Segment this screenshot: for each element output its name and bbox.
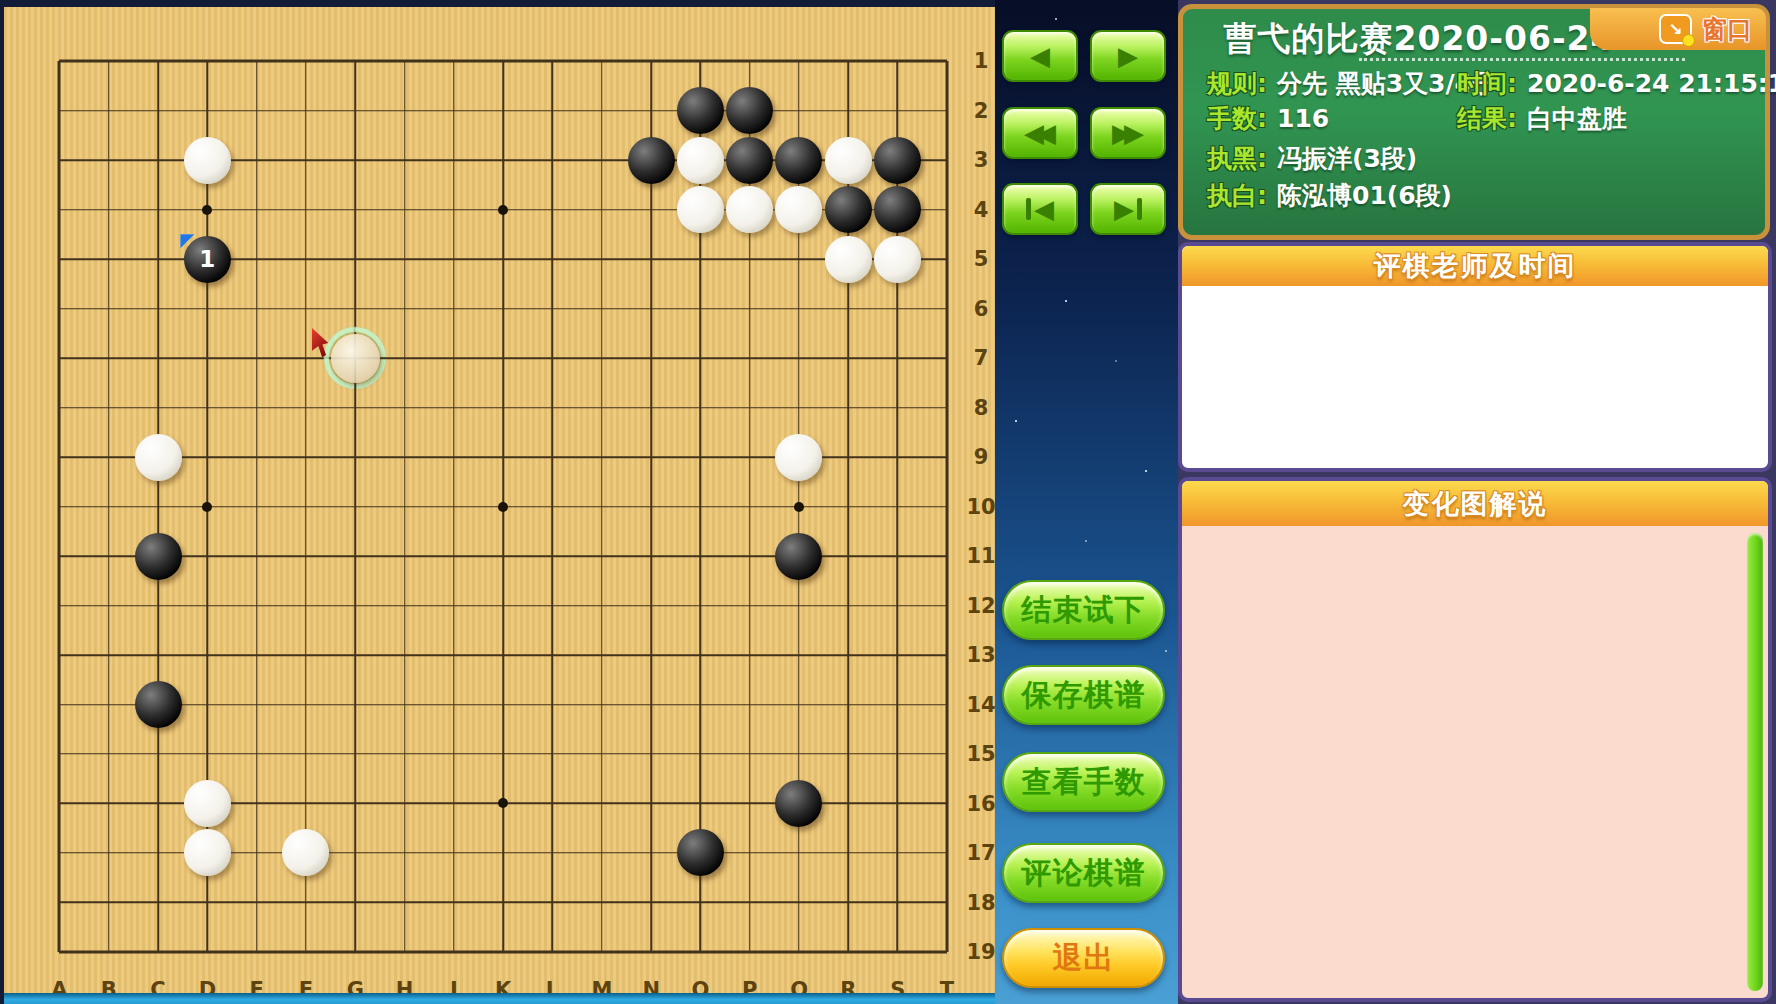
board-cell-E17[interactable] xyxy=(232,828,281,877)
board-cell-R1[interactable] xyxy=(824,37,873,86)
board-cell-M17[interactable] xyxy=(577,828,626,877)
board-cell-R8[interactable] xyxy=(824,383,873,432)
board-cell-R6[interactable] xyxy=(824,284,873,333)
board-cell-O9[interactable] xyxy=(676,432,725,481)
board-cell-T4[interactable] xyxy=(922,185,971,234)
board-cell-T9[interactable] xyxy=(922,432,971,481)
board-cell-E18[interactable] xyxy=(232,878,281,927)
board-cell-S9[interactable] xyxy=(873,432,922,481)
board-cell-A7[interactable] xyxy=(35,334,84,383)
board-cell-G10[interactable] xyxy=(331,482,380,531)
board-cell-C17[interactable] xyxy=(133,828,182,877)
board-cell-O17[interactable] xyxy=(676,828,725,877)
board-cell-Q6[interactable] xyxy=(774,284,823,333)
board-cell-A18[interactable] xyxy=(35,878,84,927)
board-cell-N9[interactable] xyxy=(626,432,675,481)
board-cell-K1[interactable] xyxy=(478,37,527,86)
board-cell-F16[interactable] xyxy=(281,779,330,828)
board-cell-B8[interactable] xyxy=(84,383,133,432)
board-cell-F6[interactable] xyxy=(281,284,330,333)
comment-kifu-button[interactable]: 评论棋谱 xyxy=(1002,843,1165,903)
board-cell-E14[interactable] xyxy=(232,680,281,729)
board-cell-T10[interactable] xyxy=(922,482,971,531)
board-cell-C1[interactable] xyxy=(133,37,182,86)
board-cell-F10[interactable] xyxy=(281,482,330,531)
board-cell-S10[interactable] xyxy=(873,482,922,531)
board-cell-B5[interactable] xyxy=(84,235,133,284)
board-cell-E1[interactable] xyxy=(232,37,281,86)
board-cell-R18[interactable] xyxy=(824,878,873,927)
board-cell-L4[interactable] xyxy=(528,185,577,234)
board-cell-T17[interactable] xyxy=(922,828,971,877)
board-cell-P14[interactable] xyxy=(725,680,774,729)
board-cell-N13[interactable] xyxy=(626,630,675,679)
board-cell-J12[interactable] xyxy=(429,581,478,630)
board-cell-O6[interactable] xyxy=(676,284,725,333)
board-cell-R5[interactable] xyxy=(824,235,873,284)
board-cell-O3[interactable] xyxy=(676,136,725,185)
board-cell-E7[interactable] xyxy=(232,334,281,383)
board-cell-A12[interactable] xyxy=(35,581,84,630)
board-cell-R19[interactable] xyxy=(824,927,873,976)
board-cell-B4[interactable] xyxy=(84,185,133,234)
board-cell-J8[interactable] xyxy=(429,383,478,432)
board-cell-J10[interactable] xyxy=(429,482,478,531)
board-cell-E11[interactable] xyxy=(232,531,281,580)
board-cell-M19[interactable] xyxy=(577,927,626,976)
board-cell-F1[interactable] xyxy=(281,37,330,86)
board-cell-K13[interactable] xyxy=(478,630,527,679)
board-cell-N11[interactable] xyxy=(626,531,675,580)
board-cell-D8[interactable] xyxy=(183,383,232,432)
board-cell-G15[interactable] xyxy=(331,729,380,778)
board-cell-P18[interactable] xyxy=(725,878,774,927)
board-cell-G13[interactable] xyxy=(331,630,380,679)
board-cell-G19[interactable] xyxy=(331,927,380,976)
board-cell-C12[interactable] xyxy=(133,581,182,630)
board-cell-K19[interactable] xyxy=(478,927,527,976)
board-cell-L11[interactable] xyxy=(528,531,577,580)
board-cell-T18[interactable] xyxy=(922,878,971,927)
board-cell-R14[interactable] xyxy=(824,680,873,729)
board-cell-J17[interactable] xyxy=(429,828,478,877)
board-cell-O15[interactable] xyxy=(676,729,725,778)
board-cell-B13[interactable] xyxy=(84,630,133,679)
board-cell-F2[interactable] xyxy=(281,86,330,135)
board-cell-S19[interactable] xyxy=(873,927,922,976)
board-cell-L3[interactable] xyxy=(528,136,577,185)
board-cell-O7[interactable] xyxy=(676,334,725,383)
board-cell-B2[interactable] xyxy=(84,86,133,135)
board-cell-S16[interactable] xyxy=(873,779,922,828)
board-cell-H1[interactable] xyxy=(380,37,429,86)
board-cell-K18[interactable] xyxy=(478,878,527,927)
board-cell-A6[interactable] xyxy=(35,284,84,333)
board-cell-H12[interactable] xyxy=(380,581,429,630)
board-cell-B19[interactable] xyxy=(84,927,133,976)
board-cell-A1[interactable] xyxy=(35,37,84,86)
board-cell-L1[interactable] xyxy=(528,37,577,86)
board-cell-C8[interactable] xyxy=(133,383,182,432)
board-cell-C10[interactable] xyxy=(133,482,182,531)
board-cell-N1[interactable] xyxy=(626,37,675,86)
board-cell-H4[interactable] xyxy=(380,185,429,234)
board-cell-F15[interactable] xyxy=(281,729,330,778)
nav-to-start-button[interactable]: ◀ xyxy=(1002,183,1078,235)
board-cell-Q18[interactable] xyxy=(774,878,823,927)
board-cell-R13[interactable] xyxy=(824,630,873,679)
board-cell-H2[interactable] xyxy=(380,86,429,135)
board-cell-J14[interactable] xyxy=(429,680,478,729)
board-cell-J19[interactable] xyxy=(429,927,478,976)
board-cell-P10[interactable] xyxy=(725,482,774,531)
board-cell-A15[interactable] xyxy=(35,729,84,778)
board-cell-D1[interactable] xyxy=(183,37,232,86)
board-cell-K6[interactable] xyxy=(478,284,527,333)
board-cell-F4[interactable] xyxy=(281,185,330,234)
board-cell-K14[interactable] xyxy=(478,680,527,729)
board-cell-B6[interactable] xyxy=(84,284,133,333)
board-cell-F17[interactable] xyxy=(281,828,330,877)
board-cell-R12[interactable] xyxy=(824,581,873,630)
board-cell-T11[interactable] xyxy=(922,531,971,580)
board-cell-S15[interactable] xyxy=(873,729,922,778)
board-cell-J3[interactable] xyxy=(429,136,478,185)
board-cell-N8[interactable] xyxy=(626,383,675,432)
board-cell-O2[interactable] xyxy=(676,86,725,135)
board-cell-L8[interactable] xyxy=(528,383,577,432)
board-cell-F13[interactable] xyxy=(281,630,330,679)
board-cell-B10[interactable] xyxy=(84,482,133,531)
board-cell-P15[interactable] xyxy=(725,729,774,778)
board-cell-A4[interactable] xyxy=(35,185,84,234)
board-cell-A8[interactable] xyxy=(35,383,84,432)
board-cell-G7[interactable] xyxy=(331,334,380,383)
view-move-count-button[interactable]: 查看手数 xyxy=(1002,752,1165,812)
board-cell-J18[interactable] xyxy=(429,878,478,927)
board-cell-P19[interactable] xyxy=(725,927,774,976)
board-cell-R16[interactable] xyxy=(824,779,873,828)
board-cell-C6[interactable] xyxy=(133,284,182,333)
board-cell-H16[interactable] xyxy=(380,779,429,828)
board-cell-T7[interactable] xyxy=(922,334,971,383)
board-cell-B9[interactable] xyxy=(84,432,133,481)
board-cell-Q10[interactable] xyxy=(774,482,823,531)
board-cell-L12[interactable] xyxy=(528,581,577,630)
board-cell-D4[interactable] xyxy=(183,185,232,234)
board-cell-Q17[interactable] xyxy=(774,828,823,877)
board-cell-S2[interactable] xyxy=(873,86,922,135)
board-cell-P17[interactable] xyxy=(725,828,774,877)
board-cell-S18[interactable] xyxy=(873,878,922,927)
board-cell-D11[interactable] xyxy=(183,531,232,580)
board-cell-C4[interactable] xyxy=(133,185,182,234)
board-cell-Q13[interactable] xyxy=(774,630,823,679)
board-cell-H9[interactable] xyxy=(380,432,429,481)
board-cell-D7[interactable] xyxy=(183,334,232,383)
board-cell-C13[interactable] xyxy=(133,630,182,679)
board-cell-L13[interactable] xyxy=(528,630,577,679)
board-cell-N19[interactable] xyxy=(626,927,675,976)
board-cell-T1[interactable] xyxy=(922,37,971,86)
board-cell-F19[interactable] xyxy=(281,927,330,976)
board-cell-P16[interactable] xyxy=(725,779,774,828)
board-cell-Q14[interactable] xyxy=(774,680,823,729)
board-cell-Q2[interactable] xyxy=(774,86,823,135)
board-cell-Q3[interactable] xyxy=(774,136,823,185)
board-cell-F18[interactable] xyxy=(281,878,330,927)
board-cell-P8[interactable] xyxy=(725,383,774,432)
board-cell-M18[interactable] xyxy=(577,878,626,927)
board-cell-O14[interactable] xyxy=(676,680,725,729)
board-cell-M14[interactable] xyxy=(577,680,626,729)
board-cell-M7[interactable] xyxy=(577,334,626,383)
board-cell-F11[interactable] xyxy=(281,531,330,580)
board-cell-C2[interactable] xyxy=(133,86,182,135)
save-kifu-button[interactable]: 保存棋谱 xyxy=(1002,665,1165,725)
board-cell-G17[interactable] xyxy=(331,828,380,877)
board-cell-O1[interactable] xyxy=(676,37,725,86)
board-cell-O19[interactable] xyxy=(676,927,725,976)
board-cell-H5[interactable] xyxy=(380,235,429,284)
board-cell-F14[interactable] xyxy=(281,680,330,729)
board-cell-D2[interactable] xyxy=(183,86,232,135)
board-cell-O18[interactable] xyxy=(676,878,725,927)
board-cell-S13[interactable] xyxy=(873,630,922,679)
board-cell-Q7[interactable] xyxy=(774,334,823,383)
scrollbar-thumb[interactable] xyxy=(1747,533,1763,991)
board-cell-J7[interactable] xyxy=(429,334,478,383)
board-cell-B16[interactable] xyxy=(84,779,133,828)
board-cell-D14[interactable] xyxy=(183,680,232,729)
board-cell-C5[interactable] xyxy=(133,235,182,284)
board-cell-J1[interactable] xyxy=(429,37,478,86)
board-cell-B11[interactable] xyxy=(84,531,133,580)
board-cell-M4[interactable] xyxy=(577,185,626,234)
board-cell-S12[interactable] xyxy=(873,581,922,630)
board-cell-A5[interactable] xyxy=(35,235,84,284)
board-cell-K8[interactable] xyxy=(478,383,527,432)
board-cell-D16[interactable] xyxy=(183,779,232,828)
board-cell-D15[interactable] xyxy=(183,729,232,778)
board-cell-T15[interactable] xyxy=(922,729,971,778)
board-cell-M13[interactable] xyxy=(577,630,626,679)
board-cell-N15[interactable] xyxy=(626,729,675,778)
board-cell-E15[interactable] xyxy=(232,729,281,778)
board-cell-E5[interactable] xyxy=(232,235,281,284)
board-cell-P13[interactable] xyxy=(725,630,774,679)
board-cell-H17[interactable] xyxy=(380,828,429,877)
board-cell-J2[interactable] xyxy=(429,86,478,135)
board-cell-T13[interactable] xyxy=(922,630,971,679)
board-cell-B15[interactable] xyxy=(84,729,133,778)
board-cell-S14[interactable] xyxy=(873,680,922,729)
board-cell-M6[interactable] xyxy=(577,284,626,333)
board-cell-C18[interactable] xyxy=(133,878,182,927)
board-cell-N6[interactable] xyxy=(626,284,675,333)
board-cell-Q9[interactable] xyxy=(774,432,823,481)
board-cell-T2[interactable] xyxy=(922,86,971,135)
board-cell-S3[interactable] xyxy=(873,136,922,185)
board-cell-L6[interactable] xyxy=(528,284,577,333)
board-cell-K2[interactable] xyxy=(478,86,527,135)
board-cell-S5[interactable] xyxy=(873,235,922,284)
board-cell-R10[interactable] xyxy=(824,482,873,531)
board-cell-E2[interactable] xyxy=(232,86,281,135)
board-cell-Q11[interactable] xyxy=(774,531,823,580)
board-cell-H15[interactable] xyxy=(380,729,429,778)
board-cell-G11[interactable] xyxy=(331,531,380,580)
board-cell-T14[interactable] xyxy=(922,680,971,729)
board-cell-K3[interactable] xyxy=(478,136,527,185)
board-cell-K15[interactable] xyxy=(478,729,527,778)
board-cell-K7[interactable] xyxy=(478,334,527,383)
board-cell-N17[interactable] xyxy=(626,828,675,877)
board-cell-G12[interactable] xyxy=(331,581,380,630)
board-cell-H14[interactable] xyxy=(380,680,429,729)
board-cell-E12[interactable] xyxy=(232,581,281,630)
board-cell-L15[interactable] xyxy=(528,729,577,778)
board-cell-B14[interactable] xyxy=(84,680,133,729)
board-cell-M3[interactable] xyxy=(577,136,626,185)
board-cell-A9[interactable] xyxy=(35,432,84,481)
board-cell-G16[interactable] xyxy=(331,779,380,828)
board-cell-S4[interactable] xyxy=(873,185,922,234)
board-cell-S6[interactable] xyxy=(873,284,922,333)
board-cell-T3[interactable] xyxy=(922,136,971,185)
board-cell-O5[interactable] xyxy=(676,235,725,284)
board-cell-K12[interactable] xyxy=(478,581,527,630)
board-cell-H8[interactable] xyxy=(380,383,429,432)
board-cell-H3[interactable] xyxy=(380,136,429,185)
board-cell-D18[interactable] xyxy=(183,878,232,927)
board-cell-T5[interactable] xyxy=(922,235,971,284)
board-cell-L2[interactable] xyxy=(528,86,577,135)
nav-step-forward-button[interactable]: ▶ xyxy=(1090,30,1166,82)
board-cell-L18[interactable] xyxy=(528,878,577,927)
board-cell-N18[interactable] xyxy=(626,878,675,927)
board-cell-N16[interactable] xyxy=(626,779,675,828)
board-cell-C15[interactable] xyxy=(133,729,182,778)
board-cell-G14[interactable] xyxy=(331,680,380,729)
board-cell-P4[interactable] xyxy=(725,185,774,234)
board-cell-H7[interactable] xyxy=(380,334,429,383)
board-cell-O11[interactable] xyxy=(676,531,725,580)
board-cell-A13[interactable] xyxy=(35,630,84,679)
board-cell-P11[interactable] xyxy=(725,531,774,580)
board-cell-J9[interactable] xyxy=(429,432,478,481)
board-cell-J16[interactable] xyxy=(429,779,478,828)
end-trial-button[interactable]: 结束试下 xyxy=(1002,580,1165,640)
nav-step-back-button[interactable]: ◀ xyxy=(1002,30,1078,82)
board-cell-D9[interactable] xyxy=(183,432,232,481)
board-cell-P2[interactable] xyxy=(725,86,774,135)
board-cell-D6[interactable] xyxy=(183,284,232,333)
board-cell-M9[interactable] xyxy=(577,432,626,481)
board-cell-Q12[interactable] xyxy=(774,581,823,630)
board-cell-P6[interactable] xyxy=(725,284,774,333)
board-cell-A10[interactable] xyxy=(35,482,84,531)
board-cell-G4[interactable] xyxy=(331,185,380,234)
board-cell-N14[interactable] xyxy=(626,680,675,729)
board-cell-C9[interactable] xyxy=(133,432,182,481)
board-cell-D17[interactable] xyxy=(183,828,232,877)
board-cell-R2[interactable] xyxy=(824,86,873,135)
board-cell-P3[interactable] xyxy=(725,136,774,185)
board-cell-A16[interactable] xyxy=(35,779,84,828)
board-cell-A11[interactable] xyxy=(35,531,84,580)
board-cell-G8[interactable] xyxy=(331,383,380,432)
board-cell-M5[interactable] xyxy=(577,235,626,284)
board-cell-A3[interactable] xyxy=(35,136,84,185)
board-cell-D19[interactable] xyxy=(183,927,232,976)
board-cell-K4[interactable] xyxy=(478,185,527,234)
board-cell-L7[interactable] xyxy=(528,334,577,383)
board-cell-G18[interactable] xyxy=(331,878,380,927)
board-cell-M1[interactable] xyxy=(577,37,626,86)
board-cell-A2[interactable] xyxy=(35,86,84,135)
board-cell-D3[interactable] xyxy=(183,136,232,185)
board-cell-K9[interactable] xyxy=(478,432,527,481)
board-cell-H10[interactable] xyxy=(380,482,429,531)
board-cell-C11[interactable] xyxy=(133,531,182,580)
board-cell-R7[interactable] xyxy=(824,334,873,383)
board-cell-A14[interactable] xyxy=(35,680,84,729)
board-cell-E10[interactable] xyxy=(232,482,281,531)
board-cell-T6[interactable] xyxy=(922,284,971,333)
board-cell-P12[interactable] xyxy=(725,581,774,630)
board-cell-M8[interactable] xyxy=(577,383,626,432)
board-cell-O10[interactable] xyxy=(676,482,725,531)
board-cell-M12[interactable] xyxy=(577,581,626,630)
board-cell-A19[interactable] xyxy=(35,927,84,976)
board-cell-P9[interactable] xyxy=(725,432,774,481)
board-cell-M16[interactable] xyxy=(577,779,626,828)
board-cell-B1[interactable] xyxy=(84,37,133,86)
board-cell-N10[interactable] xyxy=(626,482,675,531)
board-cell-C14[interactable] xyxy=(133,680,182,729)
board-cell-J6[interactable] xyxy=(429,284,478,333)
board-cell-Q4[interactable] xyxy=(774,185,823,234)
board-cell-S1[interactable] xyxy=(873,37,922,86)
board-cell-Q16[interactable] xyxy=(774,779,823,828)
board-cell-H13[interactable] xyxy=(380,630,429,679)
board-cell-H19[interactable] xyxy=(380,927,429,976)
board-cell-P1[interactable] xyxy=(725,37,774,86)
board-cell-S17[interactable] xyxy=(873,828,922,877)
board-cell-E19[interactable] xyxy=(232,927,281,976)
board-cell-N12[interactable] xyxy=(626,581,675,630)
board-cell-O16[interactable] xyxy=(676,779,725,828)
window-button[interactable]: 窗口 xyxy=(1702,13,1752,46)
board-cell-L19[interactable] xyxy=(528,927,577,976)
board-cell-F3[interactable] xyxy=(281,136,330,185)
board-cell-G2[interactable] xyxy=(331,86,380,135)
board-cell-G1[interactable] xyxy=(331,37,380,86)
board-cell-S11[interactable] xyxy=(873,531,922,580)
board-cell-E4[interactable] xyxy=(232,185,281,234)
board-cell-D13[interactable] xyxy=(183,630,232,679)
board-cell-B18[interactable] xyxy=(84,878,133,927)
board-cell-R15[interactable] xyxy=(824,729,873,778)
board-cell-E13[interactable] xyxy=(232,630,281,679)
board-cell-O13[interactable] xyxy=(676,630,725,679)
board-cell-Q1[interactable] xyxy=(774,37,823,86)
board-cell-H18[interactable] xyxy=(380,878,429,927)
board-cell-P5[interactable] xyxy=(725,235,774,284)
board-cell-H11[interactable] xyxy=(380,531,429,580)
nav-to-end-button[interactable]: ▶ xyxy=(1090,183,1166,235)
